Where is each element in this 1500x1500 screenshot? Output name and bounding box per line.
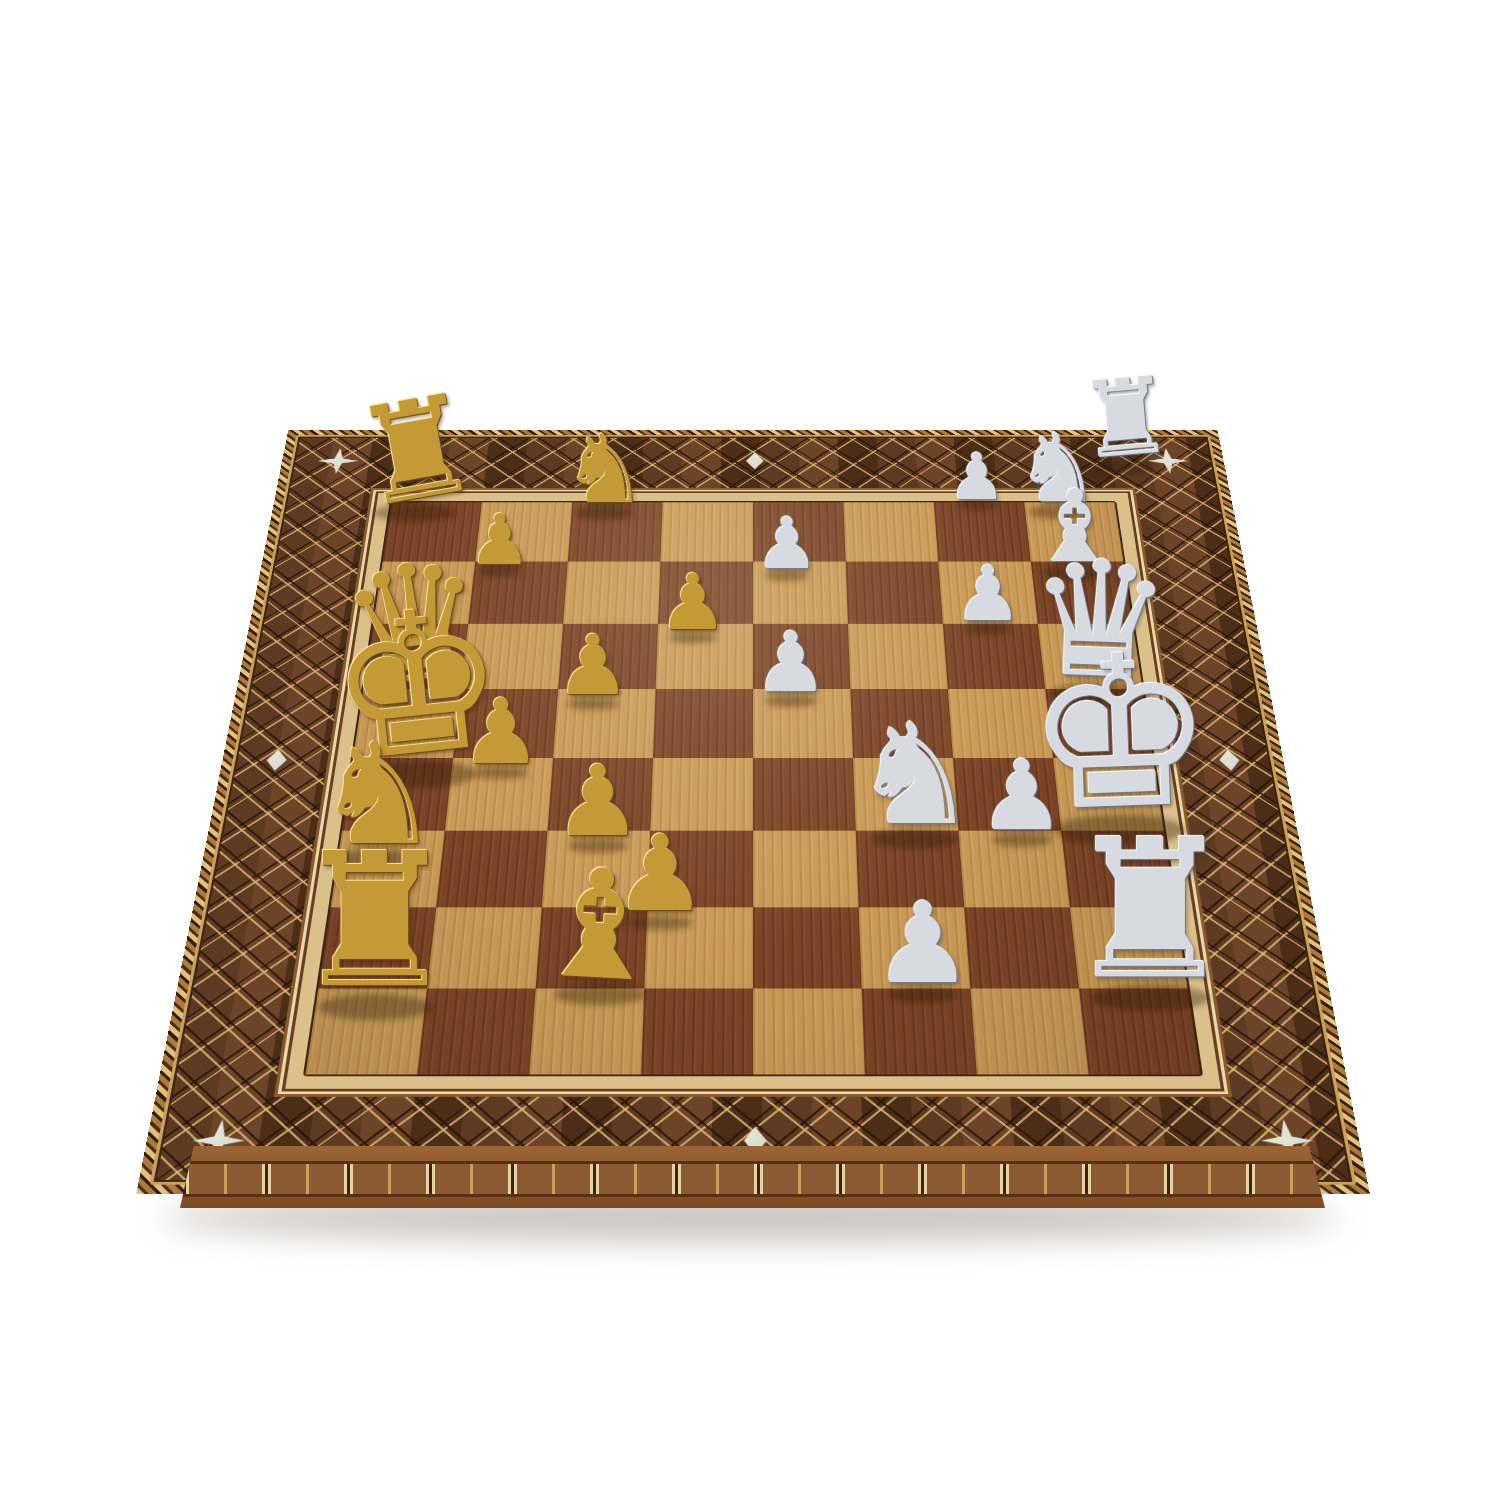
piece-silver-P-d5[interactable]: ♟ [750, 618, 833, 701]
square-h5[interactable] [753, 989, 865, 1075]
pearl-diamond-inlay [746, 453, 764, 470]
board-side-edge [180, 1146, 1325, 1208]
square-a6[interactable] [843, 502, 938, 561]
piece-gold-B-h3[interactable]: ♝ [521, 840, 679, 998]
square-c6[interactable] [848, 624, 948, 689]
piece-gold-R-h1[interactable]: ♜ [283, 822, 468, 1007]
side-edge-inlay-stripes [180, 1164, 1325, 1194]
square-d4[interactable] [653, 689, 753, 758]
piece-gold-P-d3[interactable]: ♟ [552, 621, 635, 704]
piece-silver-P-b5[interactable]: ♟ [752, 505, 823, 576]
square-f5[interactable] [753, 831, 859, 908]
pearl-diamond-inlay [265, 750, 289, 771]
piece-gold-N-a3[interactable]: ♞ [558, 418, 653, 513]
chess-product-photo: ♜♟♞♜♞♟♝♟♟♟♛♛♟♟♟♚♚♞♟♟♞♟♝♟♜♜ [0, 0, 1500, 1500]
square-a4[interactable] [660, 502, 753, 561]
square-e5[interactable] [753, 758, 856, 831]
piece-silver-P-a7[interactable]: ♟ [945, 442, 1009, 506]
piece-silver-P-h6[interactable]: ♟ [867, 883, 979, 995]
piece-silver-N-f6[interactable]: ♞ [845, 699, 985, 839]
square-b6[interactable] [846, 562, 943, 624]
piece-silver-P-c7[interactable]: ♟ [950, 553, 1026, 629]
square-b3[interactable] [563, 562, 660, 624]
square-g5[interactable] [753, 907, 862, 988]
piece-gold-P-c4[interactable]: ♟ [655, 561, 732, 638]
piece-silver-R-h8[interactable]: ♜ [1054, 806, 1246, 998]
